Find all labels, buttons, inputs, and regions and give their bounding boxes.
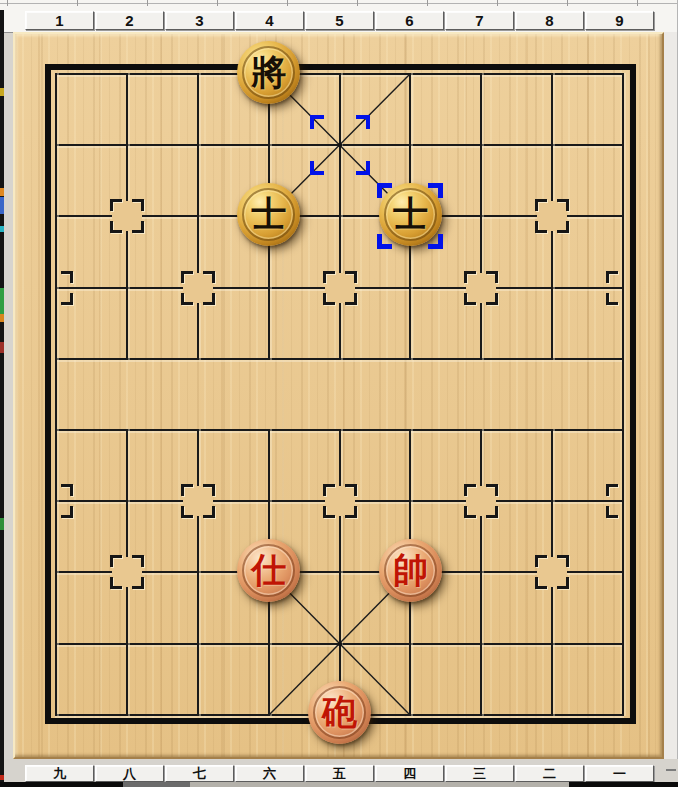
ruler-tick (147, 0, 148, 6)
file-button-top-5[interactable]: 5 (305, 11, 374, 30)
desktop-icon-pixel (0, 226, 4, 232)
piece-black-advisor[interactable]: 士 (237, 183, 300, 246)
star-corner (535, 221, 547, 233)
piece-character: 將 (237, 41, 300, 104)
file-button-top-4[interactable]: 4 (235, 11, 304, 30)
star-corner (61, 293, 73, 305)
star-corner (464, 271, 476, 283)
grid-line (480, 429, 482, 716)
desktop-icon-pixel (0, 518, 4, 530)
piece-character: 士 (379, 183, 442, 246)
star-corner (203, 484, 215, 496)
star-corner (345, 506, 357, 518)
star-point (463, 483, 499, 519)
star-corner (486, 484, 498, 496)
piece-red-advisor[interactable]: 仕 (237, 539, 300, 602)
ruler-tick (7, 0, 8, 6)
star-corner (110, 577, 122, 589)
piece-black-general[interactable]: 將 (237, 41, 300, 104)
star-corner (535, 577, 547, 589)
file-button-top-9[interactable]: 9 (585, 11, 654, 30)
file-button-bottom-二[interactable]: 二 (515, 765, 584, 782)
star-corner (557, 221, 569, 233)
star-corner (110, 199, 122, 211)
piece-black-advisor[interactable]: 士 (379, 183, 442, 246)
file-button-bottom-五[interactable]: 五 (305, 765, 374, 782)
grid-line (339, 429, 341, 716)
star-corner (61, 271, 73, 283)
star-point (109, 198, 145, 234)
ruler-tick (357, 0, 358, 6)
star-corner (110, 555, 122, 567)
star-corner (181, 293, 193, 305)
ruler-tick (287, 0, 288, 6)
file-button-bottom-四[interactable]: 四 (375, 765, 444, 782)
file-button-bottom-八[interactable]: 八 (95, 765, 164, 782)
desktop-icon-pixel (0, 314, 4, 322)
piece-character: 仕 (237, 539, 300, 602)
star-corner (181, 506, 193, 518)
star-corner (535, 555, 547, 567)
star-corner (110, 221, 122, 233)
star-corner (61, 506, 73, 518)
star-corner (464, 484, 476, 496)
desktop-edge-strip (0, 10, 4, 783)
file-button-top-8[interactable]: 8 (515, 11, 584, 30)
star-corner (464, 293, 476, 305)
star-corner (345, 271, 357, 283)
file-button-top-2[interactable]: 2 (95, 11, 164, 30)
star-corner (132, 577, 144, 589)
star-corner (486, 293, 498, 305)
star-corner (181, 484, 193, 496)
taskbar-strip (0, 782, 678, 787)
star-point (534, 554, 570, 590)
board-outer-border (45, 64, 636, 724)
grid-line (480, 73, 482, 360)
star-corner (606, 293, 618, 305)
star-point (463, 270, 499, 306)
star-corner (203, 293, 215, 305)
resize-handle[interactable] (666, 769, 676, 771)
star-corner (323, 271, 335, 283)
star-point (322, 270, 358, 306)
ruler-tick (637, 0, 638, 6)
star-corner (132, 221, 144, 233)
piece-character: 帥 (379, 539, 442, 602)
star-corner (464, 506, 476, 518)
star-corner (345, 484, 357, 496)
star-point (605, 483, 641, 519)
file-button-bottom-一[interactable]: 一 (585, 765, 654, 782)
desktop-icon-pixel (0, 88, 4, 96)
grid-line (622, 73, 624, 716)
file-button-bottom-三[interactable]: 三 (445, 765, 514, 782)
piece-character: 砲 (308, 681, 371, 744)
ruler-tick (217, 0, 218, 6)
ruler-tick (497, 0, 498, 6)
star-point (180, 483, 216, 519)
star-corner (323, 484, 335, 496)
grid-line (197, 429, 199, 716)
window-right-margin (664, 32, 678, 759)
top-ruler-line (0, 3, 678, 4)
star-point (605, 270, 641, 306)
star-point (534, 198, 570, 234)
star-corner (203, 271, 215, 283)
file-button-bottom-九[interactable]: 九 (25, 765, 94, 782)
star-corner (132, 199, 144, 211)
piece-red-cannon[interactable]: 砲 (308, 681, 371, 744)
star-corner (203, 506, 215, 518)
piece-red-general[interactable]: 帥 (379, 539, 442, 602)
ruler-tick (427, 0, 428, 6)
star-corner (606, 484, 618, 496)
star-point (322, 483, 358, 519)
ruler-tick (77, 0, 78, 6)
grid-line (197, 73, 199, 360)
star-point (38, 270, 74, 306)
file-button-bottom-七[interactable]: 七 (165, 765, 234, 782)
file-button-bottom-六[interactable]: 六 (235, 765, 304, 782)
star-corner (557, 577, 569, 589)
file-button-top-1[interactable]: 1 (25, 11, 94, 30)
star-corner (606, 271, 618, 283)
desktop-icon-pixel (0, 197, 4, 214)
taskbar-segment (123, 782, 190, 787)
star-corner (535, 199, 547, 211)
piece-character: 士 (237, 183, 300, 246)
star-corner (181, 271, 193, 283)
file-button-top-3[interactable]: 3 (165, 11, 234, 30)
file-button-top-6[interactable]: 6 (375, 11, 444, 30)
ruler-tick (567, 0, 568, 6)
star-point (109, 554, 145, 590)
star-corner (486, 506, 498, 518)
star-corner (323, 293, 335, 305)
desktop-icon-pixel (0, 188, 4, 196)
star-point (38, 483, 74, 519)
desktop-icon-pixel (0, 288, 4, 314)
star-corner (606, 506, 618, 518)
grid-line (339, 73, 341, 360)
star-corner (61, 484, 73, 496)
star-corner (557, 199, 569, 211)
star-corner (486, 271, 498, 283)
file-button-top-7[interactable]: 7 (445, 11, 514, 30)
star-point (180, 270, 216, 306)
desktop-icon-pixel (0, 342, 4, 353)
star-corner (132, 555, 144, 567)
grid-line (55, 73, 57, 716)
star-corner (345, 293, 357, 305)
star-corner (323, 506, 335, 518)
screen: 將士士仕帥砲 123456789 九八七六五四三二一 (0, 0, 678, 787)
taskbar-segment (190, 782, 569, 787)
desktop-icon-pixel (0, 775, 4, 780)
star-corner (557, 555, 569, 567)
